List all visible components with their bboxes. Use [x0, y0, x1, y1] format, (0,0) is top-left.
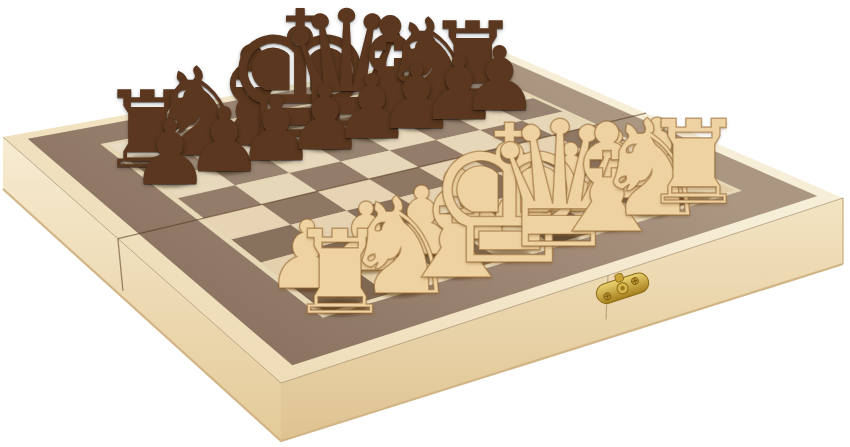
piece-shadow — [281, 124, 320, 137]
piece-shadow — [179, 144, 222, 158]
piece-shadow — [125, 155, 170, 170]
piece-shadow — [353, 129, 390, 142]
piece-shadow — [306, 139, 345, 152]
piece-shadow — [483, 101, 515, 112]
piece-shadow — [147, 172, 193, 187]
piece-shadow — [453, 227, 495, 241]
piece-shadow — [552, 200, 590, 213]
piece-shadow — [434, 264, 480, 279]
piece-shadow — [488, 248, 531, 262]
chess-board — [0, 0, 850, 447]
piece-shadow — [256, 149, 297, 163]
piece-shadow — [231, 134, 271, 148]
piece-shadow — [342, 258, 389, 274]
piece-shadow — [539, 233, 580, 247]
piece-shadow — [442, 110, 476, 121]
piece-shadow — [677, 193, 711, 205]
piece-shadow — [597, 188, 633, 200]
chess-set-photo: ♜♞♝♚♛♝♞♜♟♟♟♟♟♟♟♟♟♟♟♟♟♟♟♟♜♞♝♚♛♝♞♜ — [0, 0, 850, 447]
piece-shadow — [203, 160, 246, 175]
piece-shadow — [282, 274, 332, 291]
piece-shadow — [328, 114, 365, 126]
piece-shadow — [376, 281, 424, 297]
piece-shadow — [416, 97, 450, 108]
piece-shadow — [633, 206, 669, 218]
piece-shadow — [314, 299, 366, 316]
piece-shadow — [399, 242, 444, 257]
piece-shadow — [588, 219, 626, 232]
piece-shadow — [640, 176, 674, 188]
piece-shadow — [373, 105, 408, 117]
piece-shadow — [457, 88, 489, 99]
piece-shadow — [399, 119, 435, 131]
piece-shadow — [504, 213, 544, 226]
